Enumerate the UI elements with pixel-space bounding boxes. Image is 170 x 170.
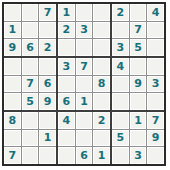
cell-value (77, 131, 92, 146)
cell-r1c2[interactable] (22, 4, 39, 21)
cell-value: 9 (148, 131, 163, 146)
cell-value (94, 59, 109, 74)
cell-r4c6[interactable] (93, 58, 110, 75)
cell-r8c2[interactable] (22, 130, 39, 147)
cell-r9c4[interactable] (58, 147, 75, 164)
cell-value (94, 131, 109, 146)
cell-value (131, 5, 146, 20)
cell-r9c9[interactable] (147, 147, 164, 164)
cell-r7c4[interactable]: 4 (58, 112, 75, 129)
cell-value: 9 (131, 77, 146, 92)
cell-value: 6 (77, 148, 92, 163)
cell-value (5, 94, 20, 109)
cell-r3c2[interactable]: 6 (22, 39, 39, 56)
cell-value (40, 148, 55, 163)
cell-value (94, 23, 109, 38)
cell-value: 5 (113, 131, 128, 146)
cell-r7c1[interactable]: 8 (4, 112, 21, 129)
cell-r1c5[interactable] (76, 4, 93, 21)
cell-r5c9[interactable]: 3 (147, 76, 164, 93)
cell-r9c7[interactable] (112, 147, 129, 164)
cell-r2c6[interactable] (93, 22, 110, 39)
cell-value (59, 77, 74, 92)
sudoku-board: 7196212324735765937861493817426117593 (2, 2, 166, 166)
cell-value: 2 (94, 113, 109, 128)
cell-value (131, 131, 146, 146)
cell-value (23, 59, 38, 74)
cell-value: 8 (5, 113, 20, 128)
cell-r9c2[interactable] (22, 147, 39, 164)
cell-value (23, 5, 38, 20)
cell-r5c1[interactable] (4, 76, 21, 93)
cell-value (40, 113, 55, 128)
cell-r2c5[interactable]: 3 (76, 22, 93, 39)
cell-value (5, 131, 20, 146)
cell-r3c7[interactable]: 3 (112, 39, 129, 56)
cell-value (77, 5, 92, 20)
cell-value: 1 (94, 148, 109, 163)
cell-r4c3[interactable] (39, 58, 56, 75)
cell-r1c4[interactable]: 1 (58, 4, 75, 21)
cell-r2c4[interactable]: 2 (58, 22, 75, 39)
cell-r6c6[interactable] (93, 93, 110, 110)
cell-value (23, 23, 38, 38)
cell-value: 2 (59, 23, 74, 38)
cell-r1c8[interactable] (130, 4, 147, 21)
cell-value: 4 (113, 59, 128, 74)
cell-r6c1[interactable] (4, 93, 21, 110)
cell-r4c5[interactable]: 7 (76, 58, 93, 75)
cell-r8c1[interactable] (4, 130, 21, 147)
cell-r2c9[interactable] (147, 22, 164, 39)
cell-r4c9[interactable] (147, 58, 164, 75)
cell-value: 8 (94, 77, 109, 92)
cell-r5c7[interactable] (112, 76, 129, 93)
cell-value (148, 94, 163, 109)
cell-value (5, 77, 20, 92)
cell-r6c4[interactable]: 6 (58, 93, 75, 110)
cell-r2c2[interactable] (22, 22, 39, 39)
cell-value (59, 148, 74, 163)
cell-r7c8[interactable]: 1 (130, 112, 147, 129)
cell-r9c1[interactable]: 7 (4, 147, 21, 164)
cell-r3c1[interactable]: 9 (4, 39, 21, 56)
box-7: 817 (4, 112, 56, 164)
box-3: 24735 (112, 4, 164, 56)
box-8: 4261 (58, 112, 110, 164)
cell-value: 1 (77, 94, 92, 109)
cell-r2c1[interactable]: 1 (4, 22, 21, 39)
cell-value: 7 (5, 148, 20, 163)
cell-value (40, 23, 55, 38)
cell-r5c3[interactable]: 6 (39, 76, 56, 93)
cell-value (59, 131, 74, 146)
cell-r6c3[interactable]: 9 (39, 93, 56, 110)
cell-value (59, 40, 74, 55)
cell-value (77, 77, 92, 92)
cell-value: 1 (59, 5, 74, 20)
cell-r9c3[interactable] (39, 147, 56, 164)
cell-r3c4[interactable] (58, 39, 75, 56)
cell-value: 9 (5, 40, 20, 55)
cell-value (23, 148, 38, 163)
cell-value (23, 113, 38, 128)
cell-r7c7[interactable] (112, 112, 129, 129)
cell-r4c2[interactable] (22, 58, 39, 75)
cell-r7c9[interactable]: 7 (147, 112, 164, 129)
cell-r3c9[interactable] (147, 39, 164, 56)
cell-value: 6 (59, 94, 74, 109)
cell-value: 4 (59, 113, 74, 128)
cell-value: 3 (77, 23, 92, 38)
cell-value: 3 (131, 148, 146, 163)
cell-r1c3[interactable]: 7 (39, 4, 56, 21)
cell-value: 4 (148, 5, 163, 20)
cell-value: 3 (148, 77, 163, 92)
cell-value (94, 94, 109, 109)
cell-value: 2 (113, 5, 128, 20)
cell-r5c8[interactable]: 9 (130, 76, 147, 93)
cell-r7c6[interactable]: 2 (93, 112, 110, 129)
cell-value (40, 59, 55, 74)
cell-value (113, 94, 128, 109)
cell-value (5, 5, 20, 20)
cell-r4c4[interactable]: 3 (58, 58, 75, 75)
cell-value (148, 59, 163, 74)
cell-r2c3[interactable] (39, 22, 56, 39)
cell-value: 2 (40, 40, 55, 55)
cell-value: 7 (40, 5, 55, 20)
cell-r4c8[interactable] (130, 58, 147, 75)
box-2: 123 (58, 4, 110, 56)
cell-value: 1 (131, 113, 146, 128)
box-6: 493 (112, 58, 164, 110)
box-5: 37861 (58, 58, 110, 110)
cell-value (113, 23, 128, 38)
cell-value (113, 113, 128, 128)
cell-value: 3 (59, 59, 74, 74)
cell-r1c9[interactable]: 4 (147, 4, 164, 21)
cell-value (94, 40, 109, 55)
cell-value: 5 (23, 94, 38, 109)
cell-r3c5[interactable] (76, 39, 93, 56)
cell-r8c7[interactable]: 5 (112, 130, 129, 147)
cell-value (148, 40, 163, 55)
cell-r6c8[interactable] (130, 93, 147, 110)
cell-value: 6 (40, 77, 55, 92)
cell-r5c4[interactable] (58, 76, 75, 93)
cell-r3c6[interactable] (93, 39, 110, 56)
cell-r7c5[interactable] (76, 112, 93, 129)
cell-value: 1 (40, 131, 55, 146)
cell-value: 7 (148, 113, 163, 128)
cell-r2c7[interactable] (112, 22, 129, 39)
box-4: 7659 (4, 58, 56, 110)
cell-r9c8[interactable]: 3 (130, 147, 147, 164)
cell-value (77, 40, 92, 55)
cell-value (5, 59, 20, 74)
cell-value: 1 (5, 23, 20, 38)
cell-r3c3[interactable]: 2 (39, 39, 56, 56)
cell-r8c4[interactable] (58, 130, 75, 147)
cell-value: 9 (40, 94, 55, 109)
cell-value (131, 59, 146, 74)
cell-r1c1[interactable] (4, 4, 21, 21)
cell-r7c3[interactable] (39, 112, 56, 129)
cell-value: 7 (131, 23, 146, 38)
cell-r5c2[interactable]: 7 (22, 76, 39, 93)
cell-r9c6[interactable]: 1 (93, 147, 110, 164)
cell-value: 3 (113, 40, 128, 55)
cell-r3c8[interactable]: 5 (130, 39, 147, 56)
cell-r8c9[interactable]: 9 (147, 130, 164, 147)
cell-r8c5[interactable] (76, 130, 93, 147)
box-1: 71962 (4, 4, 56, 56)
cell-value: 5 (131, 40, 146, 55)
cell-r6c9[interactable] (147, 93, 164, 110)
cell-r7c2[interactable] (22, 112, 39, 129)
cell-r2c8[interactable]: 7 (130, 22, 147, 39)
cell-value (148, 148, 163, 163)
cell-value: 7 (23, 77, 38, 92)
cell-value (23, 131, 38, 146)
box-9: 17593 (112, 112, 164, 164)
cell-value (148, 23, 163, 38)
cell-value (113, 77, 128, 92)
cell-value: 7 (77, 59, 92, 74)
cell-r8c8[interactable] (130, 130, 147, 147)
cell-r1c6[interactable] (93, 4, 110, 21)
cell-r8c3[interactable]: 1 (39, 130, 56, 147)
cell-r4c7[interactable]: 4 (112, 58, 129, 75)
cell-value (77, 113, 92, 128)
cell-r5c5[interactable] (76, 76, 93, 93)
cell-value: 6 (23, 40, 38, 55)
cell-r8c6[interactable] (93, 130, 110, 147)
cell-r6c2[interactable]: 5 (22, 93, 39, 110)
cell-r6c5[interactable]: 1 (76, 93, 93, 110)
cell-value (113, 148, 128, 163)
cell-r9c5[interactable]: 6 (76, 147, 93, 164)
cell-value (94, 5, 109, 20)
cell-r6c7[interactable] (112, 93, 129, 110)
cell-r1c7[interactable]: 2 (112, 4, 129, 21)
cell-value (131, 94, 146, 109)
cell-r5c6[interactable]: 8 (93, 76, 110, 93)
cell-r4c1[interactable] (4, 58, 21, 75)
